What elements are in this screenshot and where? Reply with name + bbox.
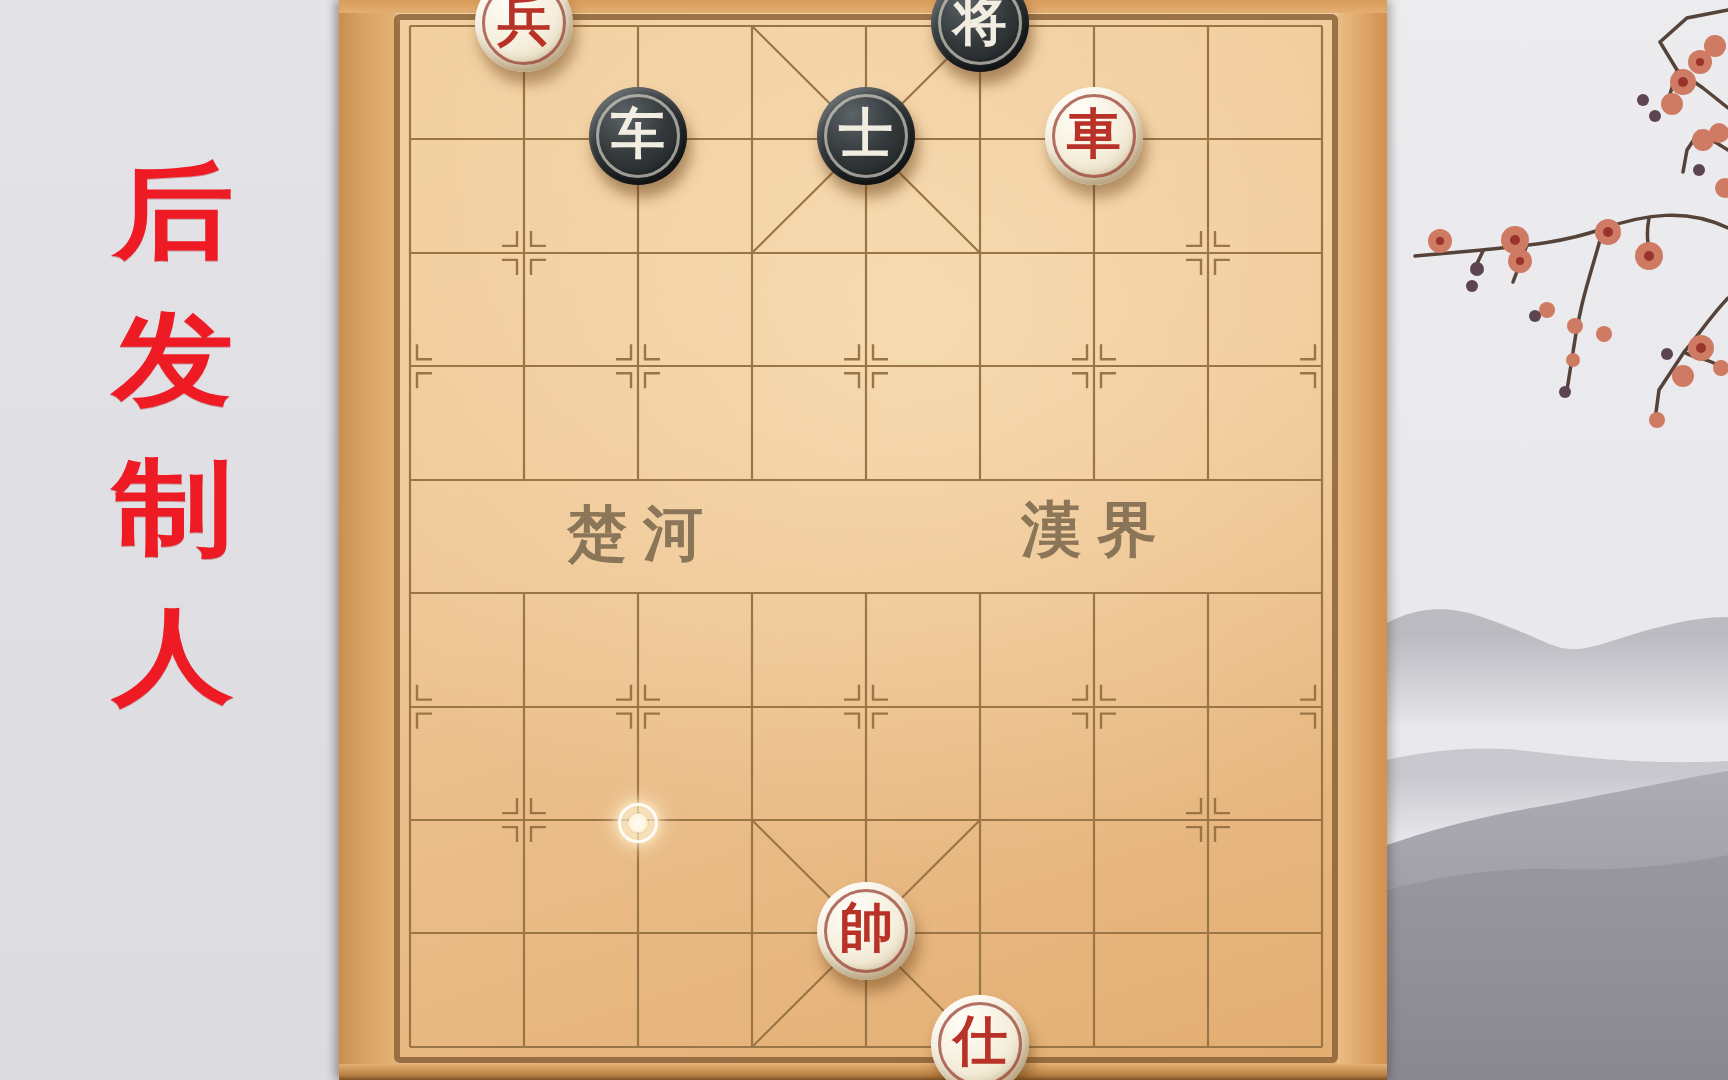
- move-highlight-dot[interactable]: [627, 812, 649, 834]
- piece-glyph: 仕: [953, 1005, 1007, 1078]
- piece-glyph: 帥: [839, 892, 893, 965]
- calligraphy-char-3: 制: [94, 456, 252, 559]
- piece-glyph: 兵: [497, 0, 551, 58]
- title-calligraphy: 后 发 制 人: [100, 156, 246, 712]
- blossom-flowers: [1428, 35, 1728, 428]
- left-background-panel: 后 发 制 人: [0, 0, 339, 1080]
- piece-glyph: 士: [839, 98, 893, 171]
- right-background-panel: [1387, 0, 1728, 1080]
- app-screen: 后 发 制 人: [0, 0, 1728, 1080]
- river-label-han-jie: 漢界: [1021, 490, 1173, 571]
- mountain-art: [1387, 555, 1728, 1080]
- xiangqi-board[interactable]: 楚河 漢界 兵将车士車帥仕: [339, 0, 1387, 1080]
- piece-red-chariot[interactable]: 車: [1045, 87, 1143, 185]
- calligraphy-char-4: 人: [94, 604, 252, 707]
- piece-black-chariot[interactable]: 车: [589, 87, 687, 185]
- river-label-chu-he: 楚河: [567, 494, 719, 575]
- calligraphy-char-1: 后: [94, 160, 252, 263]
- plum-blossom-art: [1387, 0, 1728, 430]
- calligraphy-char-2: 发: [94, 308, 252, 411]
- piece-glyph: 将: [953, 0, 1007, 58]
- piece-glyph: 车: [611, 98, 665, 171]
- piece-glyph: 車: [1067, 98, 1121, 171]
- piece-red-general[interactable]: 帥: [817, 882, 915, 980]
- piece-black-advisor[interactable]: 士: [817, 87, 915, 185]
